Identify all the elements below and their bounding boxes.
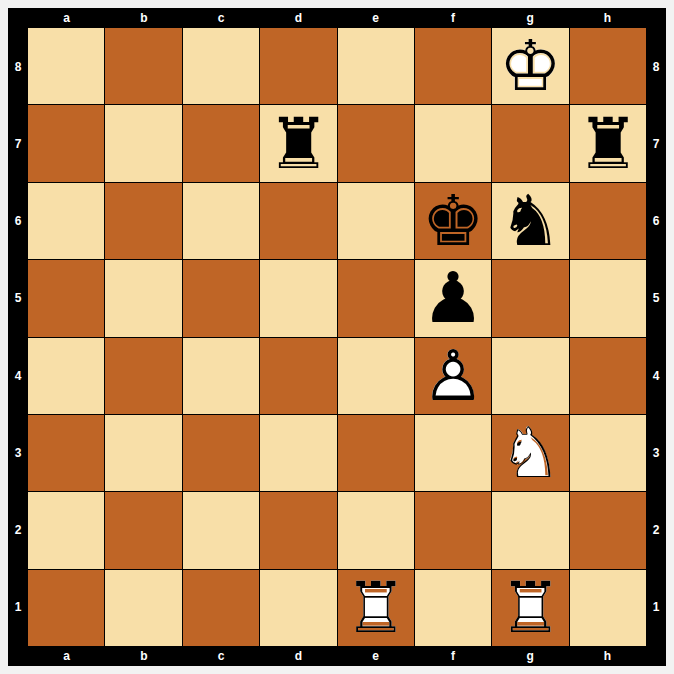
chess-board: ♚♔♜♜♚♞♟♟♙♞♘♜♖♜♖ [28, 28, 646, 646]
rank-labels-right: 87654321 [646, 28, 666, 646]
square-a6[interactable] [28, 183, 104, 259]
square-c7[interactable] [183, 105, 259, 181]
square-d8[interactable] [260, 28, 336, 104]
rank-label-8: 8 [646, 28, 666, 105]
square-b8[interactable] [105, 28, 181, 104]
rank-label-1: 1 [8, 569, 28, 646]
white-pawn-outline-icon: ♙ [415, 338, 491, 414]
square-b6[interactable] [105, 183, 181, 259]
square-f3[interactable] [415, 415, 491, 491]
white-rook-outline-icon: ♖ [338, 570, 414, 646]
square-h3[interactable] [570, 415, 646, 491]
square-a5[interactable] [28, 260, 104, 336]
rank-label-7: 7 [8, 105, 28, 182]
rank-label-6: 6 [646, 183, 666, 260]
square-e7[interactable] [338, 105, 414, 181]
black-rook-icon: ♜ [260, 105, 336, 181]
square-b1[interactable] [105, 570, 181, 646]
board-frame: abcdefgh abcdefgh 87654321 87654321 ♚♔♜♜… [8, 8, 666, 666]
file-label-e: e [337, 8, 414, 28]
square-c3[interactable] [183, 415, 259, 491]
square-c8[interactable] [183, 28, 259, 104]
square-b2[interactable] [105, 492, 181, 568]
piece-white-king[interactable]: ♚♔ [492, 28, 568, 104]
square-c4[interactable] [183, 338, 259, 414]
square-d2[interactable] [260, 492, 336, 568]
rank-label-4: 4 [8, 337, 28, 414]
square-c5[interactable] [183, 260, 259, 336]
square-d5[interactable] [260, 260, 336, 336]
black-knight-icon: ♞ [492, 183, 568, 259]
square-g7[interactable] [492, 105, 568, 181]
rank-label-4: 4 [646, 337, 666, 414]
square-d7[interactable]: ♜ [260, 105, 336, 181]
square-b5[interactable] [105, 260, 181, 336]
file-label-b: b [105, 8, 182, 28]
square-c2[interactable] [183, 492, 259, 568]
square-e6[interactable] [338, 183, 414, 259]
square-d1[interactable] [260, 570, 336, 646]
square-g8[interactable]: ♚♔ [492, 28, 568, 104]
square-e3[interactable] [338, 415, 414, 491]
file-label-h: h [569, 646, 646, 666]
piece-black-rook[interactable]: ♜ [260, 105, 336, 181]
square-d4[interactable] [260, 338, 336, 414]
page-background: abcdefgh abcdefgh 87654321 87654321 ♚♔♜♜… [0, 0, 674, 674]
square-a4[interactable] [28, 338, 104, 414]
file-label-f: f [414, 8, 491, 28]
white-knight-outline-icon: ♘ [492, 415, 568, 491]
square-g3[interactable]: ♞♘ [492, 415, 568, 491]
square-g5[interactable] [492, 260, 568, 336]
file-label-h: h [569, 8, 646, 28]
square-a8[interactable] [28, 28, 104, 104]
rank-label-1: 1 [646, 569, 666, 646]
rank-labels-left: 87654321 [8, 28, 28, 646]
square-h8[interactable] [570, 28, 646, 104]
square-a1[interactable] [28, 570, 104, 646]
piece-black-rook[interactable]: ♜ [570, 105, 646, 181]
white-king-outline-icon: ♔ [492, 28, 568, 104]
square-e8[interactable] [338, 28, 414, 104]
square-f5[interactable]: ♟ [415, 260, 491, 336]
square-h4[interactable] [570, 338, 646, 414]
white-rook-outline-icon: ♖ [492, 570, 568, 646]
file-label-b: b [105, 646, 182, 666]
file-label-g: g [492, 646, 569, 666]
piece-white-rook[interactable]: ♜♖ [338, 570, 414, 646]
file-label-e: e [337, 646, 414, 666]
square-b7[interactable] [105, 105, 181, 181]
rank-label-8: 8 [8, 28, 28, 105]
piece-white-rook[interactable]: ♜♖ [492, 570, 568, 646]
square-h2[interactable] [570, 492, 646, 568]
square-e4[interactable] [338, 338, 414, 414]
square-e2[interactable] [338, 492, 414, 568]
square-h6[interactable] [570, 183, 646, 259]
square-a7[interactable] [28, 105, 104, 181]
black-pawn-icon: ♟ [415, 260, 491, 336]
rank-label-3: 3 [8, 414, 28, 491]
square-d6[interactable] [260, 183, 336, 259]
file-label-d: d [260, 8, 337, 28]
square-b3[interactable] [105, 415, 181, 491]
file-label-c: c [183, 8, 260, 28]
square-g2[interactable] [492, 492, 568, 568]
black-king-icon: ♚ [415, 183, 491, 259]
rank-label-3: 3 [646, 414, 666, 491]
rank-label-5: 5 [646, 260, 666, 337]
piece-black-knight[interactable]: ♞ [492, 183, 568, 259]
square-g6[interactable]: ♞ [492, 183, 568, 259]
file-label-d: d [260, 646, 337, 666]
file-label-c: c [183, 646, 260, 666]
square-c1[interactable] [183, 570, 259, 646]
piece-white-pawn[interactable]: ♟♙ [415, 338, 491, 414]
square-f2[interactable] [415, 492, 491, 568]
file-label-a: a [28, 8, 105, 28]
rank-label-5: 5 [8, 260, 28, 337]
square-c6[interactable] [183, 183, 259, 259]
square-d3[interactable] [260, 415, 336, 491]
square-h5[interactable] [570, 260, 646, 336]
file-label-f: f [414, 646, 491, 666]
square-f4[interactable]: ♟♙ [415, 338, 491, 414]
square-b4[interactable] [105, 338, 181, 414]
black-rook-icon: ♜ [570, 105, 646, 181]
square-f1[interactable] [415, 570, 491, 646]
rank-label-2: 2 [8, 492, 28, 569]
square-g1[interactable]: ♜♖ [492, 570, 568, 646]
file-label-a: a [28, 646, 105, 666]
square-f8[interactable] [415, 28, 491, 104]
rank-label-7: 7 [646, 105, 666, 182]
rank-label-2: 2 [646, 492, 666, 569]
piece-white-knight[interactable]: ♞♘ [492, 415, 568, 491]
piece-black-pawn[interactable]: ♟ [415, 260, 491, 336]
square-h1[interactable] [570, 570, 646, 646]
square-g4[interactable] [492, 338, 568, 414]
file-labels-bottom: abcdefgh [28, 646, 646, 666]
square-f6[interactable]: ♚ [415, 183, 491, 259]
square-e5[interactable] [338, 260, 414, 336]
square-e1[interactable]: ♜♖ [338, 570, 414, 646]
square-a3[interactable] [28, 415, 104, 491]
square-f7[interactable] [415, 105, 491, 181]
piece-black-king[interactable]: ♚ [415, 183, 491, 259]
square-h7[interactable]: ♜ [570, 105, 646, 181]
rank-label-6: 6 [8, 183, 28, 260]
square-a2[interactable] [28, 492, 104, 568]
